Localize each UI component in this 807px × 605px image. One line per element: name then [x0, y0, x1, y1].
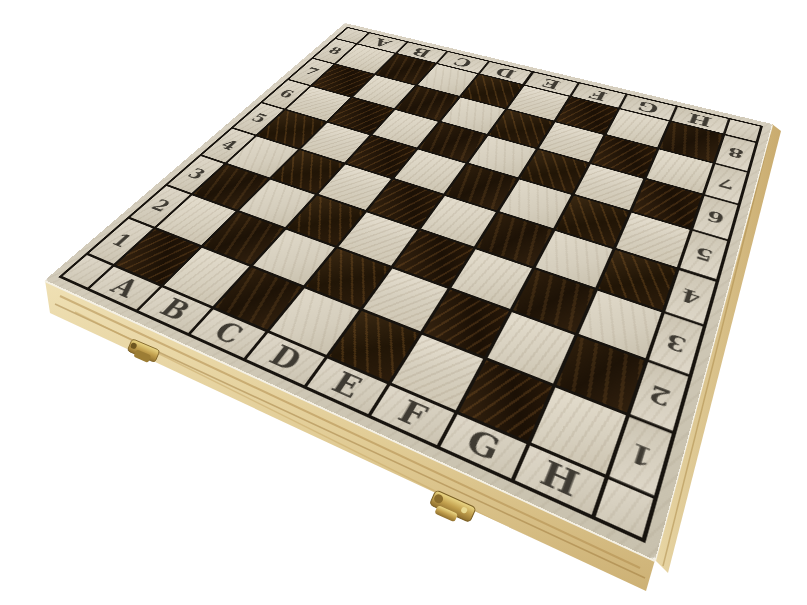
- chessboard-scene: ABCDEFGH8877665544332211ABCDEFGH: [0, 0, 807, 605]
